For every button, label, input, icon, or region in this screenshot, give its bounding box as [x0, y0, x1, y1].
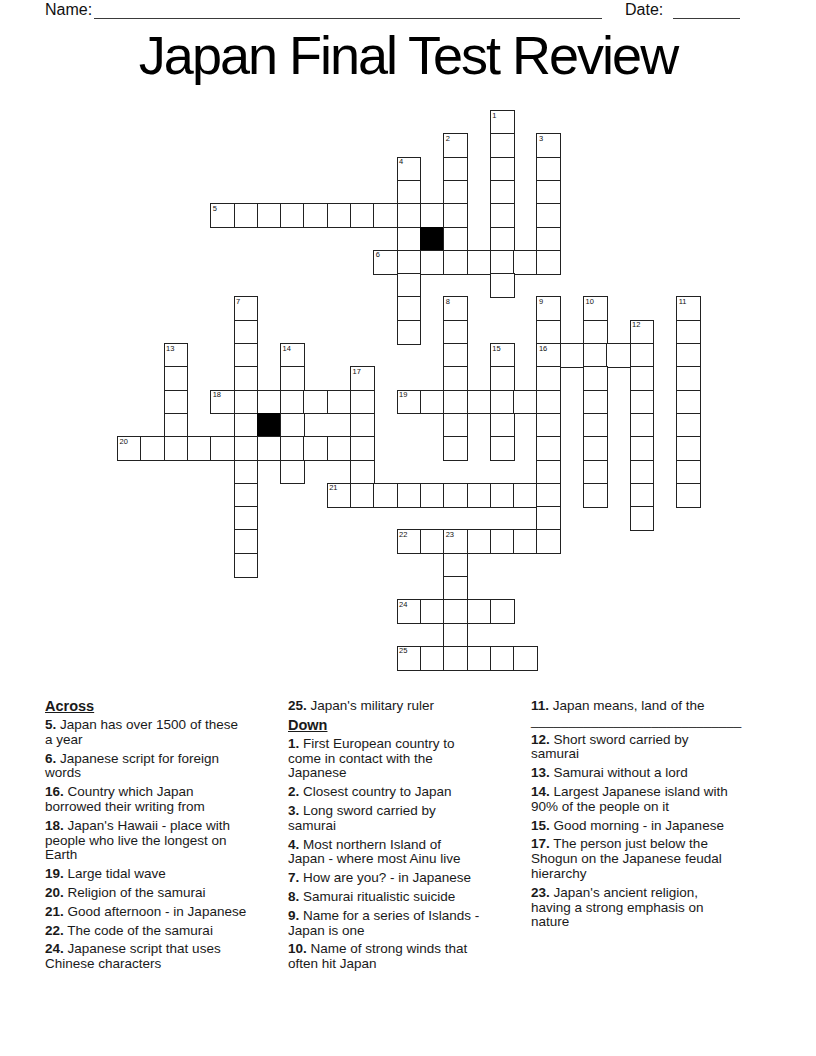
grid-cell[interactable]: [210, 436, 235, 461]
grid-cell[interactable]: [490, 366, 515, 391]
grid-cell[interactable]: [490, 227, 515, 252]
grid-cell[interactable]: [303, 390, 328, 415]
clue-number: 23: [446, 531, 454, 539]
clue-number-label: 20.: [45, 885, 64, 900]
grid-cell[interactable]: [373, 203, 398, 228]
clue-number: 21: [329, 484, 337, 492]
grid-cell[interactable]: [630, 436, 655, 461]
grid-cell[interactable]: [397, 203, 422, 228]
clue-number-label: 22.: [45, 923, 64, 938]
clue-number-label: 8.: [288, 889, 299, 904]
grid-cell[interactable]: [536, 413, 561, 438]
grid-cell[interactable]: [536, 483, 561, 508]
clue-number: 16: [539, 345, 547, 353]
clue-down-13: 13. Samurai without a lord: [531, 766, 774, 781]
grid-cell[interactable]: 2: [443, 133, 468, 158]
clue-text: Good afternoon - in Japanese: [68, 904, 247, 919]
grid-cell[interactable]: [234, 506, 259, 531]
clue-number: 14: [283, 345, 291, 353]
grid-cell[interactable]: [327, 203, 352, 228]
clue-number-label: 24.: [45, 941, 64, 956]
grid-cell[interactable]: [443, 343, 468, 368]
grid-cell[interactable]: [630, 460, 655, 485]
grid-cell[interactable]: [630, 366, 655, 391]
grid-cell[interactable]: [397, 180, 422, 205]
clue-text: Japan's military ruler: [311, 698, 434, 713]
clue-across-6: 6. Japanese script for foreign words: [45, 752, 288, 782]
clue-number: 10: [586, 298, 594, 306]
grid-cell[interactable]: [257, 390, 282, 415]
grid-cell[interactable]: [257, 436, 282, 461]
clue-text: The code of the samurai: [67, 923, 213, 938]
grid-cell[interactable]: 12: [630, 320, 655, 345]
clue-number: 9: [539, 298, 543, 306]
grid-cell[interactable]: [536, 180, 561, 205]
grid-cell[interactable]: 10: [583, 296, 608, 321]
grid-cell[interactable]: [443, 646, 468, 671]
clue-text: Japan's Hawaii - place with people who l…: [45, 818, 230, 863]
grid-cell[interactable]: [397, 250, 422, 275]
grid-cell[interactable]: [420, 529, 445, 554]
grid-cell[interactable]: [303, 203, 328, 228]
clue-text: Japanese script that uses Chinese charac…: [45, 941, 221, 971]
grid-cell[interactable]: [630, 506, 655, 531]
grid-cell[interactable]: [536, 227, 561, 252]
clue-across-20: 20. Religion of the samurai: [45, 886, 288, 901]
grid-cell[interactable]: 22: [397, 529, 422, 554]
clue-number: 22: [399, 531, 407, 539]
clue-column-2: 25. Japan's military rulerDown1. First E…: [288, 699, 531, 972]
grid-cell[interactable]: 6: [373, 250, 398, 275]
grid-cell[interactable]: [536, 506, 561, 531]
grid-cell[interactable]: [513, 646, 538, 671]
clue-text: Long sword carried by samurai: [288, 803, 436, 833]
clue-across-22: 22. The code of the samurai: [45, 924, 288, 939]
clue-number-label: 19.: [45, 866, 64, 881]
grid-cell[interactable]: [420, 646, 445, 671]
clue-text: Large tidal wave: [68, 866, 166, 881]
grid-cell[interactable]: [234, 460, 259, 485]
grid-cell[interactable]: [327, 390, 352, 415]
clue-text: Religion of the samurai: [68, 885, 206, 900]
grid-cell[interactable]: [583, 343, 608, 368]
grid-cell[interactable]: [443, 203, 468, 228]
grid-cell[interactable]: 24: [397, 599, 422, 624]
grid-cell[interactable]: [280, 460, 305, 485]
grid-cell[interactable]: [350, 436, 375, 461]
grid-cell[interactable]: 13: [164, 343, 189, 368]
clue-number-label: 21.: [45, 904, 64, 919]
clue-number: 15: [492, 345, 500, 353]
clue-number: 8: [446, 298, 450, 306]
clue-text: Most northern Island of Japan - where mo…: [288, 837, 461, 867]
clue-text: Name for a series of Islands - Japan is …: [288, 908, 479, 938]
grid-cell[interactable]: [490, 180, 515, 205]
grid-cell[interactable]: [536, 157, 561, 182]
grid-cell[interactable]: [676, 320, 701, 345]
clue-text: How are you? - in Japanese: [303, 870, 471, 885]
grid-cell[interactable]: [676, 413, 701, 438]
grid-cell[interactable]: [490, 157, 515, 182]
clue-text: Samurai ritualistic suicide: [303, 889, 455, 904]
grid-cell[interactable]: [536, 366, 561, 391]
clue-number-label: 3.: [288, 803, 299, 818]
clue-number: 17: [353, 368, 361, 376]
clue-number: 19: [399, 391, 407, 399]
grid-cell[interactable]: [420, 203, 445, 228]
grid-cell[interactable]: [234, 413, 259, 438]
grid-cell[interactable]: [630, 343, 655, 368]
grid-cell[interactable]: [350, 390, 375, 415]
grid-cell[interactable]: [513, 529, 538, 554]
clue-across-5: 5. Japan has over 1500 of these a year: [45, 718, 288, 748]
grid-cell[interactable]: 4: [397, 157, 422, 182]
grid-cell[interactable]: [443, 553, 468, 578]
grid-cell[interactable]: [327, 436, 352, 461]
grid-cell[interactable]: [443, 157, 468, 182]
clue-text: Samurai without a lord: [554, 765, 688, 780]
clue-number-label: 13.: [531, 765, 550, 780]
grid-cell[interactable]: [420, 483, 445, 508]
clue-text: Japan's ancient religion, having a stron…: [531, 885, 704, 930]
grid-cell[interactable]: [234, 553, 259, 578]
clue-text: Name of strong winds that often hit Japa…: [288, 941, 467, 971]
grid-cell[interactable]: [490, 483, 515, 508]
clue-number: 12: [632, 321, 640, 329]
clue-number-label: 4.: [288, 837, 299, 852]
grid-cell[interactable]: [536, 460, 561, 485]
clue-number-label: 14.: [531, 784, 550, 799]
clue-down-3: 3. Long sword carried by samurai: [288, 804, 531, 834]
grid-cell[interactable]: 1: [490, 110, 515, 135]
clue-text: Closest country to Japan: [303, 784, 452, 799]
clue-down-1: 1. First European country to come in con…: [288, 737, 531, 781]
grid-cell[interactable]: 14: [280, 343, 305, 368]
grid-cell[interactable]: [280, 366, 305, 391]
clue-number-label: 12.: [531, 732, 550, 747]
clue-number: 7: [236, 298, 240, 306]
grid-cell[interactable]: [234, 343, 259, 368]
grid-cell[interactable]: [350, 413, 375, 438]
clue-down-23: 23. Japan's ancient religion, having a s…: [531, 886, 774, 930]
clue-number-label: 1.: [288, 736, 299, 751]
grid-cell[interactable]: [280, 203, 305, 228]
down-header: Down: [288, 718, 531, 733]
grid-cell[interactable]: [490, 599, 515, 624]
page-title: Japan Final Test Review: [0, 24, 816, 86]
grid-cell[interactable]: [536, 203, 561, 228]
grid-cell[interactable]: [257, 203, 282, 228]
across-header: Across: [45, 699, 288, 714]
clue-text: Largest Japanese island with 90% of the …: [531, 784, 728, 814]
grid-cell[interactable]: [676, 460, 701, 485]
clue-text: Country which Japan borrowed their writi…: [45, 784, 205, 814]
grid-cell[interactable]: [490, 203, 515, 228]
grid-cell[interactable]: 9: [536, 296, 561, 321]
grid-cell[interactable]: [397, 320, 422, 345]
clue-number: 18: [213, 391, 221, 399]
grid-cell[interactable]: [676, 436, 701, 461]
clue-number-label: 17.: [531, 836, 550, 851]
grid-cell[interactable]: [443, 320, 468, 345]
grid-cell[interactable]: [350, 483, 375, 508]
clue-number: 6: [376, 251, 380, 259]
grid-cell[interactable]: [467, 250, 492, 275]
date-label: Date:: [625, 1, 663, 19]
grid-cell[interactable]: [583, 413, 608, 438]
clue-number-label: 23.: [531, 885, 550, 900]
grid-cell[interactable]: [280, 413, 305, 438]
grid-cell[interactable]: 19: [397, 390, 422, 415]
grid-cell[interactable]: [536, 390, 561, 415]
clue-across-25: 25. Japan's military ruler: [288, 699, 531, 714]
black-cell: [257, 413, 282, 438]
grid-cell[interactable]: [630, 413, 655, 438]
clue-down-8: 8. Samurai ritualistic suicide: [288, 890, 531, 905]
black-cell: [420, 227, 445, 252]
grid-cell[interactable]: [536, 529, 561, 554]
clue-number: 24: [399, 601, 407, 609]
grid-cell[interactable]: [280, 390, 305, 415]
grid-cell[interactable]: [583, 390, 608, 415]
grid-cell[interactable]: 5: [210, 203, 235, 228]
clue-text: Short sword carried by samurai: [531, 732, 689, 762]
clue-down-14: 14. Largest Japanese island with 90% of …: [531, 785, 774, 815]
grid-cell[interactable]: [234, 203, 259, 228]
clue-number: 4: [399, 158, 403, 166]
grid-cell[interactable]: [234, 436, 259, 461]
grid-cell[interactable]: [490, 250, 515, 275]
grid-cell[interactable]: [583, 483, 608, 508]
grid-cell[interactable]: [164, 413, 189, 438]
grid-cell[interactable]: [234, 320, 259, 345]
grid-cell[interactable]: 20: [117, 436, 142, 461]
grid-cell[interactable]: [443, 227, 468, 252]
grid-cell[interactable]: [560, 343, 585, 368]
grid-cell[interactable]: [467, 390, 492, 415]
clue-number: 20: [120, 438, 128, 446]
clue-across-24: 24. Japanese script that uses Chinese ch…: [45, 942, 288, 972]
grid-cell[interactable]: [630, 390, 655, 415]
clue-text: The person just below the Shogun on the …: [531, 836, 722, 881]
grid-cell[interactable]: [536, 320, 561, 345]
grid-cell[interactable]: [397, 483, 422, 508]
clue-down-2: 2. Closest country to Japan: [288, 785, 531, 800]
date-blank-line[interactable]: [673, 2, 740, 19]
grid-cell[interactable]: [140, 436, 165, 461]
grid-cell[interactable]: [443, 366, 468, 391]
grid-cell[interactable]: 21: [327, 483, 352, 508]
worksheet-page: Name: Date: Japan Final Test Review 1234…: [0, 0, 816, 1056]
grid-cell[interactable]: [676, 343, 701, 368]
grid-cell[interactable]: [234, 483, 259, 508]
clue-down-7: 7. How are you? - in Japanese: [288, 871, 531, 886]
grid-cell[interactable]: 15: [490, 343, 515, 368]
clue-down-17: 17. The person just below the Shogun on …: [531, 837, 774, 881]
clue-number-label: 5.: [45, 717, 56, 732]
grid-cell[interactable]: [443, 483, 468, 508]
grid-cell[interactable]: [630, 483, 655, 508]
clue-number-label: 15.: [531, 818, 550, 833]
grid-cell[interactable]: [536, 250, 561, 275]
grid-cell[interactable]: 16: [536, 343, 561, 368]
grid-cell[interactable]: [443, 623, 468, 648]
clue-text: Japanese script for foreign words: [45, 751, 219, 781]
clue-number: 3: [539, 135, 543, 143]
grid-cell[interactable]: [443, 390, 468, 415]
grid-cell[interactable]: [583, 436, 608, 461]
grid-cell[interactable]: [234, 390, 259, 415]
clue-number-label: 16.: [45, 784, 64, 799]
clue-number: 1: [492, 112, 496, 120]
grid-cell[interactable]: [583, 320, 608, 345]
grid-cell[interactable]: [583, 366, 608, 391]
clue-across-18: 18. Japan's Hawaii - place with people w…: [45, 819, 288, 863]
grid-cell[interactable]: [397, 273, 422, 298]
clue-column-3: 11. Japan means, land of the ___________…: [531, 699, 774, 930]
clue-across-16: 16. Country which Japan borrowed their w…: [45, 785, 288, 815]
clue-number-label: 18.: [45, 818, 64, 833]
grid-cell[interactable]: 3: [536, 133, 561, 158]
grid-cell[interactable]: [467, 529, 492, 554]
grid-cell[interactable]: 11: [676, 296, 701, 321]
clue-number: 13: [166, 345, 174, 353]
grid-cell[interactable]: [443, 576, 468, 601]
clue-text: Japan means, land of the _______________…: [531, 698, 741, 728]
grid-cell[interactable]: [164, 366, 189, 391]
grid-cell[interactable]: [397, 296, 422, 321]
grid-cell[interactable]: [350, 460, 375, 485]
clue-number-label: 7.: [288, 870, 299, 885]
grid-cell[interactable]: [443, 180, 468, 205]
clue-column-1: Across5. Japan has over 1500 of these a …: [45, 699, 288, 972]
grid-cell[interactable]: [536, 436, 561, 461]
clue-number: 25: [399, 647, 407, 655]
grid-cell[interactable]: [443, 413, 468, 438]
name-label: Name:: [45, 1, 92, 19]
clue-number-label: 11.: [531, 698, 549, 713]
grid-cell[interactable]: [513, 390, 538, 415]
grid-cell[interactable]: [443, 250, 468, 275]
grid-cell[interactable]: [303, 436, 328, 461]
grid-cell[interactable]: [676, 366, 701, 391]
grid-cell[interactable]: [420, 599, 445, 624]
grid-cell[interactable]: 17: [350, 366, 375, 391]
grid-cell[interactable]: [583, 460, 608, 485]
grid-cell[interactable]: [490, 529, 515, 554]
grid-cell[interactable]: [490, 273, 515, 298]
grid-cell[interactable]: [350, 203, 375, 228]
grid-cell[interactable]: [490, 413, 515, 438]
grid-cell[interactable]: [467, 646, 492, 671]
grid-cell[interactable]: [187, 436, 212, 461]
clue-down-15: 15. Good morning - in Japanese: [531, 819, 774, 834]
clue-number: 5: [213, 205, 217, 213]
clue-number: 2: [446, 135, 450, 143]
grid-cell[interactable]: 8: [443, 296, 468, 321]
grid-cell[interactable]: [443, 599, 468, 624]
clue-text: Good morning - in Japanese: [554, 818, 724, 833]
grid-cell[interactable]: [373, 483, 398, 508]
grid-cell[interactable]: [490, 646, 515, 671]
clue-text: First European country to come in contac…: [288, 736, 455, 781]
grid-cell[interactable]: [234, 529, 259, 554]
grid-cell[interactable]: [164, 436, 189, 461]
clue-down-11: 11. Japan means, land of the ___________…: [531, 699, 774, 729]
grid-cell[interactable]: [490, 436, 515, 461]
name-blank-line[interactable]: [94, 2, 602, 19]
grid-cell[interactable]: [420, 390, 445, 415]
clue-down-4: 4. Most northern Island of Japan - where…: [288, 838, 531, 868]
clue-down-10: 10. Name of strong winds that often hit …: [288, 942, 531, 972]
grid-cell[interactable]: [397, 227, 422, 252]
grid-cell[interactable]: [513, 483, 538, 508]
clue-number-label: 6.: [45, 751, 56, 766]
grid-cell[interactable]: [606, 343, 631, 368]
clue-across-19: 19. Large tidal wave: [45, 867, 288, 882]
clue-number-label: 9.: [288, 908, 299, 923]
clue-number-label: 2.: [288, 784, 299, 799]
grid-cell[interactable]: [490, 133, 515, 158]
grid-cell[interactable]: [467, 483, 492, 508]
clue-number-label: 10.: [288, 941, 307, 956]
clue-across-21: 21. Good afternoon - in Japanese: [45, 905, 288, 920]
grid-cell[interactable]: [234, 366, 259, 391]
clue-down-9: 9. Name for a series of Islands - Japan …: [288, 909, 531, 939]
clue-text: Japan has over 1500 of these a year: [45, 717, 238, 747]
grid-cell[interactable]: [490, 390, 515, 415]
grid-cell[interactable]: [420, 250, 445, 275]
grid-cell[interactable]: [676, 483, 701, 508]
clue-number-label: 25.: [288, 698, 307, 713]
grid-cell[interactable]: [164, 390, 189, 415]
clue-number: 11: [679, 298, 687, 306]
grid-cell[interactable]: [676, 390, 701, 415]
grid-cell[interactable]: 7: [234, 296, 259, 321]
grid-cell[interactable]: [443, 436, 468, 461]
grid-cell[interactable]: [467, 599, 492, 624]
grid-cell[interactable]: 23: [443, 529, 468, 554]
grid-cell[interactable]: 25: [397, 646, 422, 671]
clue-down-12: 12. Short sword carried by samurai: [531, 733, 774, 763]
grid-cell[interactable]: [280, 436, 305, 461]
grid-cell[interactable]: 18: [210, 390, 235, 415]
grid-cell[interactable]: [513, 250, 538, 275]
